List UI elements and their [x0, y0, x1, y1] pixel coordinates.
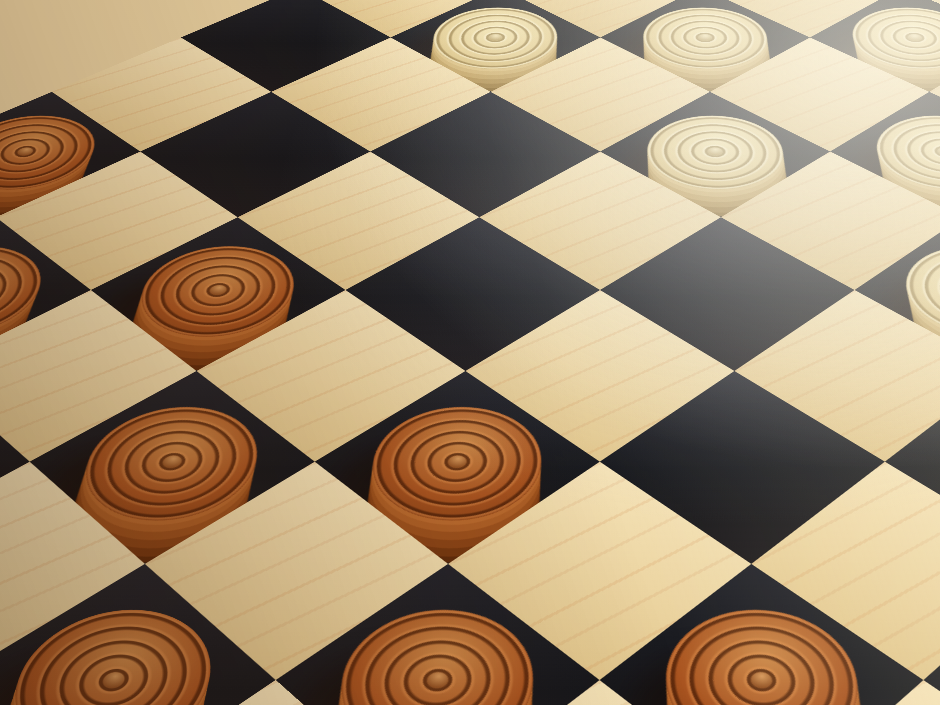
- checkers-board: [0, 0, 940, 705]
- checkers-photo-scene: [0, 0, 940, 705]
